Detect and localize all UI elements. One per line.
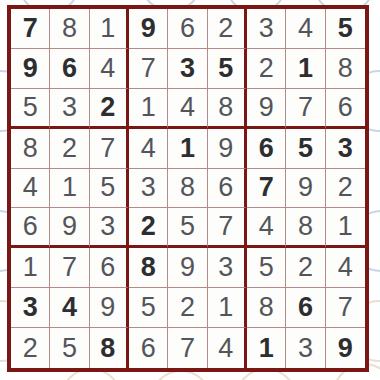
cell-r5c6[interactable]: 6 xyxy=(208,169,247,209)
cell-r7c5[interactable]: 9 xyxy=(168,248,207,288)
cell-r7c1[interactable]: 1 xyxy=(11,248,50,288)
solved-digit: 2 xyxy=(259,55,274,82)
given-digit: 1 xyxy=(259,335,274,362)
cell-r5c5[interactable]: 8 xyxy=(168,169,207,209)
cell-r3c8[interactable]: 7 xyxy=(286,89,325,129)
cell-r5c2[interactable]: 1 xyxy=(50,169,89,209)
given-digit: 2 xyxy=(100,94,115,121)
given-digit: 3 xyxy=(338,135,353,162)
solved-digit: 6 xyxy=(100,254,115,281)
solved-digit: 2 xyxy=(180,294,195,321)
cell-r2c4[interactable]: 7 xyxy=(129,49,168,89)
solved-digit: 4 xyxy=(141,135,156,162)
solved-digit: 7 xyxy=(62,254,77,281)
cell-r3c4[interactable]: 1 xyxy=(129,89,168,129)
cell-r9c6[interactable]: 4 xyxy=(208,328,247,368)
solved-digit: 4 xyxy=(180,94,195,121)
cell-r2c1[interactable]: 9 xyxy=(11,49,50,89)
solved-digit: 2 xyxy=(298,254,313,281)
cell-r1c8[interactable]: 4 xyxy=(286,9,325,49)
cell-r1c4[interactable]: 9 xyxy=(129,9,168,49)
solved-digit: 7 xyxy=(141,55,156,82)
solved-digit: 8 xyxy=(259,294,274,321)
cell-r4c6[interactable]: 9 xyxy=(208,129,247,169)
solved-digit: 5 xyxy=(23,94,38,121)
solved-digit: 4 xyxy=(338,254,353,281)
cell-r4c4[interactable]: 4 xyxy=(129,129,168,169)
cell-r8c4[interactable]: 5 xyxy=(129,288,168,328)
cell-r5c4[interactable]: 3 xyxy=(129,169,168,209)
solved-digit: 8 xyxy=(23,135,38,162)
solved-digit: 2 xyxy=(62,135,77,162)
cell-r6c1[interactable]: 6 xyxy=(11,208,50,248)
cell-r6c2[interactable]: 9 xyxy=(50,208,89,248)
cell-r2c9[interactable]: 8 xyxy=(326,49,365,89)
cell-r3c9[interactable]: 6 xyxy=(326,89,365,129)
solved-digit: 6 xyxy=(180,15,195,42)
cell-r8c1[interactable]: 3 xyxy=(11,288,50,328)
given-digit: 3 xyxy=(23,294,38,321)
cell-r4c1[interactable]: 8 xyxy=(11,129,50,169)
solved-digit: 3 xyxy=(141,174,156,201)
cell-r7c4[interactable]: 8 xyxy=(129,248,168,288)
given-digit: 7 xyxy=(259,174,274,201)
solved-digit: 8 xyxy=(218,94,233,121)
solved-digit: 1 xyxy=(218,294,233,321)
solved-digit: 8 xyxy=(62,15,77,42)
cell-r2c8[interactable]: 1 xyxy=(286,49,325,89)
cell-r2c6[interactable]: 5 xyxy=(208,49,247,89)
given-digit: 6 xyxy=(298,294,313,321)
solved-digit: 9 xyxy=(218,135,233,162)
cell-r8c8[interactable]: 6 xyxy=(286,288,325,328)
cell-r6c5[interactable]: 5 xyxy=(168,208,207,248)
cell-r1c6[interactable]: 2 xyxy=(208,9,247,49)
cell-r5c9[interactable]: 2 xyxy=(326,169,365,209)
given-digit: 9 xyxy=(141,15,156,42)
cell-r1c5[interactable]: 6 xyxy=(168,9,207,49)
given-digit: 5 xyxy=(298,135,313,162)
cell-r7c3[interactable]: 6 xyxy=(90,248,129,288)
solved-digit: 8 xyxy=(338,55,353,82)
solved-digit: 6 xyxy=(141,335,156,362)
solved-digit: 1 xyxy=(23,254,38,281)
solved-digit: 2 xyxy=(23,335,38,362)
given-digit: 1 xyxy=(180,135,195,162)
given-digit: 7 xyxy=(23,15,38,42)
cell-r7c6[interactable]: 3 xyxy=(208,248,247,288)
solved-digit: 6 xyxy=(23,213,38,240)
solved-digit: 1 xyxy=(62,174,77,201)
solved-digit: 3 xyxy=(298,335,313,362)
solved-digit: 5 xyxy=(180,213,195,240)
cell-r6c9[interactable]: 1 xyxy=(326,208,365,248)
given-digit: 1 xyxy=(298,55,313,82)
solved-digit: 8 xyxy=(298,213,313,240)
cell-r1c9[interactable]: 5 xyxy=(326,9,365,49)
given-digit: 9 xyxy=(338,335,353,362)
solved-digit: 9 xyxy=(259,94,274,121)
cell-r9c8[interactable]: 3 xyxy=(286,328,325,368)
cell-r9c7[interactable]: 1 xyxy=(247,328,286,368)
given-digit: 5 xyxy=(338,15,353,42)
cell-r3c1[interactable]: 5 xyxy=(11,89,50,129)
solved-digit: 3 xyxy=(218,254,233,281)
cell-r8c5[interactable]: 2 xyxy=(168,288,207,328)
solved-digit: 2 xyxy=(338,174,353,201)
cell-r8c9[interactable]: 7 xyxy=(326,288,365,328)
cell-r9c5[interactable]: 7 xyxy=(168,328,207,368)
solved-digit: 7 xyxy=(180,335,195,362)
solved-digit: 1 xyxy=(141,94,156,121)
solved-digit: 7 xyxy=(100,135,115,162)
cell-r3c7[interactable]: 9 xyxy=(247,89,286,129)
cell-r2c3[interactable]: 4 xyxy=(90,49,129,89)
cell-r6c7[interactable]: 4 xyxy=(247,208,286,248)
cell-r1c1[interactable]: 7 xyxy=(11,9,50,49)
solved-digit: 9 xyxy=(180,254,195,281)
cell-r4c7[interactable]: 6 xyxy=(247,129,286,169)
cell-r5c3[interactable]: 5 xyxy=(90,169,129,209)
cell-r5c1[interactable]: 4 xyxy=(11,169,50,209)
solved-digit: 1 xyxy=(100,15,115,42)
given-digit: 6 xyxy=(259,135,274,162)
cell-r7c7[interactable]: 5 xyxy=(247,248,286,288)
cell-r4c9[interactable]: 3 xyxy=(326,129,365,169)
solved-digit: 7 xyxy=(298,94,313,121)
solved-digit: 8 xyxy=(180,174,195,201)
cell-r5c8[interactable]: 9 xyxy=(286,169,325,209)
cell-r4c2[interactable]: 2 xyxy=(50,129,89,169)
cell-r4c8[interactable]: 5 xyxy=(286,129,325,169)
cell-r5c7[interactable]: 7 xyxy=(247,169,286,209)
solved-digit: 6 xyxy=(338,94,353,121)
cell-r1c7[interactable]: 3 xyxy=(247,9,286,49)
solved-digit: 4 xyxy=(100,55,115,82)
cell-r2c7[interactable]: 2 xyxy=(247,49,286,89)
cell-r2c5[interactable]: 3 xyxy=(168,49,207,89)
solved-digit: 2 xyxy=(218,15,233,42)
cell-r2c2[interactable]: 6 xyxy=(50,49,89,89)
cell-r3c3[interactable]: 2 xyxy=(90,89,129,129)
given-digit: 4 xyxy=(62,294,77,321)
solved-digit: 9 xyxy=(298,174,313,201)
cell-r9c4[interactable]: 6 xyxy=(129,328,168,368)
cell-r6c3[interactable]: 3 xyxy=(90,208,129,248)
cell-r6c6[interactable]: 7 xyxy=(208,208,247,248)
sudoku-board: 7819623459647352185321489768274196534153… xyxy=(7,5,369,372)
cell-r8c6[interactable]: 1 xyxy=(208,288,247,328)
solved-digit: 5 xyxy=(100,174,115,201)
solved-digit: 4 xyxy=(218,335,233,362)
solved-digit: 3 xyxy=(100,213,115,240)
solved-digit: 7 xyxy=(218,213,233,240)
solved-digit: 9 xyxy=(100,294,115,321)
cell-r3c6[interactable]: 8 xyxy=(208,89,247,129)
cell-r1c2[interactable]: 8 xyxy=(50,9,89,49)
solved-digit: 5 xyxy=(259,254,274,281)
solved-digit: 3 xyxy=(62,94,77,121)
solved-digit: 3 xyxy=(259,15,274,42)
cell-r4c3[interactable]: 7 xyxy=(90,129,129,169)
given-digit: 9 xyxy=(23,55,38,82)
solved-digit: 6 xyxy=(218,174,233,201)
cell-r3c2[interactable]: 3 xyxy=(50,89,89,129)
cell-r9c2[interactable]: 5 xyxy=(50,328,89,368)
solved-digit: 4 xyxy=(298,15,313,42)
solved-digit: 5 xyxy=(62,335,77,362)
cell-r7c9[interactable]: 4 xyxy=(326,248,365,288)
given-digit: 8 xyxy=(100,335,115,362)
cell-r1c3[interactable]: 1 xyxy=(90,9,129,49)
cell-r8c2[interactable]: 4 xyxy=(50,288,89,328)
given-digit: 5 xyxy=(218,55,233,82)
cell-r4c5[interactable]: 1 xyxy=(168,129,207,169)
cell-r7c2[interactable]: 7 xyxy=(50,248,89,288)
given-digit: 6 xyxy=(62,55,77,82)
cell-r9c1[interactable]: 2 xyxy=(11,328,50,368)
given-digit: 8 xyxy=(141,254,156,281)
cell-r6c8[interactable]: 8 xyxy=(286,208,325,248)
solved-digit: 9 xyxy=(62,213,77,240)
cell-r8c7[interactable]: 8 xyxy=(247,288,286,328)
solved-digit: 7 xyxy=(338,294,353,321)
solved-digit: 4 xyxy=(23,174,38,201)
cell-r6c4[interactable]: 2 xyxy=(129,208,168,248)
cell-r8c3[interactable]: 9 xyxy=(90,288,129,328)
given-digit: 3 xyxy=(180,55,195,82)
solved-digit: 4 xyxy=(259,213,274,240)
cell-r9c9[interactable]: 9 xyxy=(326,328,365,368)
cell-r3c5[interactable]: 4 xyxy=(168,89,207,129)
given-digit: 2 xyxy=(141,213,156,240)
cell-r9c3[interactable]: 8 xyxy=(90,328,129,368)
solved-digit: 1 xyxy=(338,213,353,240)
cell-r7c8[interactable]: 2 xyxy=(286,248,325,288)
solved-digit: 5 xyxy=(141,294,156,321)
